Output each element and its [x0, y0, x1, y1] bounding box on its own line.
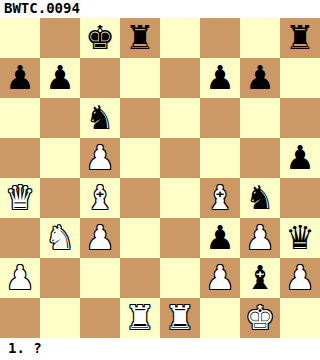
square-e7[interactable] [160, 58, 200, 98]
black-king-c8[interactable]: ♚ [85, 18, 115, 58]
white-knight-b3[interactable]: ♞ [45, 218, 75, 258]
square-f1[interactable] [200, 298, 240, 338]
square-c8[interactable]: ♚ [80, 18, 120, 58]
square-b5[interactable] [40, 138, 80, 178]
white-bishop-c4[interactable]: ♝ [85, 178, 115, 218]
square-b1[interactable] [40, 298, 80, 338]
black-rook-d8[interactable]: ♜ [125, 18, 155, 58]
square-h3[interactable]: ♛ [280, 218, 320, 258]
white-queen-a4[interactable]: ♛ [5, 178, 35, 218]
square-a5[interactable] [0, 138, 40, 178]
square-c4[interactable]: ♝ [80, 178, 120, 218]
square-g6[interactable] [240, 98, 280, 138]
square-h7[interactable] [280, 58, 320, 98]
black-pawn-b7[interactable]: ♟ [45, 58, 75, 98]
square-d4[interactable] [120, 178, 160, 218]
square-g1[interactable]: ♚ [240, 298, 280, 338]
white-pawn-g3[interactable]: ♟ [245, 218, 275, 258]
black-queen-h3[interactable]: ♛ [285, 218, 315, 258]
white-pawn-a2[interactable]: ♟ [5, 258, 35, 298]
black-pawn-a7[interactable]: ♟ [5, 58, 35, 98]
square-b3[interactable]: ♞ [40, 218, 80, 258]
square-h5[interactable]: ♟ [280, 138, 320, 178]
square-b6[interactable] [40, 98, 80, 138]
square-d2[interactable] [120, 258, 160, 298]
black-pawn-h5[interactable]: ♟ [285, 138, 315, 178]
square-g7[interactable]: ♟ [240, 58, 280, 98]
square-h8[interactable]: ♜ [280, 18, 320, 58]
square-e2[interactable] [160, 258, 200, 298]
square-c3[interactable]: ♟ [80, 218, 120, 258]
square-f3[interactable]: ♟ [200, 218, 240, 258]
white-pawn-h2[interactable]: ♟ [285, 258, 315, 298]
chess-puzzle-window: BWTC.0094 ♚♜♜♟♟♟♟♞♟♟♛♝♝♞♞♟♟♟♛♟♟♝♟♜♜♚ 1. … [0, 0, 320, 360]
square-c7[interactable] [80, 58, 120, 98]
square-a6[interactable] [0, 98, 40, 138]
square-f7[interactable]: ♟ [200, 58, 240, 98]
white-pawn-c5[interactable]: ♟ [85, 138, 115, 178]
white-rook-d1[interactable]: ♜ [125, 298, 155, 338]
square-a1[interactable] [0, 298, 40, 338]
black-knight-c6[interactable]: ♞ [85, 98, 115, 138]
black-bishop-g2[interactable]: ♝ [245, 258, 275, 298]
square-c6[interactable]: ♞ [80, 98, 120, 138]
square-d1[interactable]: ♜ [120, 298, 160, 338]
square-b8[interactable] [40, 18, 80, 58]
square-a8[interactable] [0, 18, 40, 58]
black-pawn-f3[interactable]: ♟ [205, 218, 235, 258]
square-a7[interactable]: ♟ [0, 58, 40, 98]
chess-board: ♚♜♜♟♟♟♟♞♟♟♛♝♝♞♞♟♟♟♛♟♟♝♟♜♜♚ [0, 18, 320, 338]
square-e6[interactable] [160, 98, 200, 138]
square-a3[interactable] [0, 218, 40, 258]
square-f4[interactable]: ♝ [200, 178, 240, 218]
square-d3[interactable] [120, 218, 160, 258]
square-h1[interactable] [280, 298, 320, 338]
square-g8[interactable] [240, 18, 280, 58]
square-h6[interactable] [280, 98, 320, 138]
white-pawn-f2[interactable]: ♟ [205, 258, 235, 298]
square-h2[interactable]: ♟ [280, 258, 320, 298]
black-knight-g4[interactable]: ♞ [245, 178, 275, 218]
square-e4[interactable] [160, 178, 200, 218]
square-c1[interactable] [80, 298, 120, 338]
square-f6[interactable] [200, 98, 240, 138]
square-e3[interactable] [160, 218, 200, 258]
square-h4[interactable] [280, 178, 320, 218]
square-b4[interactable] [40, 178, 80, 218]
square-c5[interactable]: ♟ [80, 138, 120, 178]
square-g5[interactable] [240, 138, 280, 178]
black-rook-h8[interactable]: ♜ [285, 18, 315, 58]
square-c2[interactable] [80, 258, 120, 298]
black-pawn-f7[interactable]: ♟ [205, 58, 235, 98]
square-d7[interactable] [120, 58, 160, 98]
black-pawn-g7[interactable]: ♟ [245, 58, 275, 98]
square-g2[interactable]: ♝ [240, 258, 280, 298]
square-a4[interactable]: ♛ [0, 178, 40, 218]
square-d6[interactable] [120, 98, 160, 138]
square-e5[interactable] [160, 138, 200, 178]
square-g4[interactable]: ♞ [240, 178, 280, 218]
square-a2[interactable]: ♟ [0, 258, 40, 298]
square-f2[interactable]: ♟ [200, 258, 240, 298]
move-prompt: 1. ? [0, 338, 320, 360]
square-g3[interactable]: ♟ [240, 218, 280, 258]
square-f5[interactable] [200, 138, 240, 178]
square-e1[interactable]: ♜ [160, 298, 200, 338]
square-f8[interactable] [200, 18, 240, 58]
white-pawn-c3[interactable]: ♟ [85, 218, 115, 258]
square-d5[interactable] [120, 138, 160, 178]
square-b2[interactable] [40, 258, 80, 298]
square-d8[interactable]: ♜ [120, 18, 160, 58]
white-bishop-f4[interactable]: ♝ [205, 178, 235, 218]
white-rook-e1[interactable]: ♜ [165, 298, 195, 338]
puzzle-title: BWTC.0094 [0, 0, 320, 18]
square-e8[interactable] [160, 18, 200, 58]
white-king-g1[interactable]: ♚ [245, 298, 275, 338]
square-b7[interactable]: ♟ [40, 58, 80, 98]
